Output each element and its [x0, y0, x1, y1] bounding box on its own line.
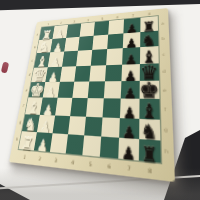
piece-wP: ♟ [50, 57, 61, 67]
piece-wP: ♟ [45, 88, 57, 99]
piece-bP: ♟ [123, 106, 137, 119]
square-f8: ♝ [139, 99, 160, 119]
piece-wP: ♟ [52, 43, 63, 53]
square-e8: ♚ [139, 80, 159, 99]
coordinate-label: h [165, 148, 169, 155]
square-e5 [88, 81, 105, 99]
square-a8: ♜ [140, 16, 158, 32]
coordinate-label: c [31, 58, 34, 62]
coordinate-label: b [34, 45, 37, 49]
piece-wN: ♞ [23, 118, 38, 133]
coordinate-label: e [163, 87, 166, 93]
coordinate-label: c [162, 52, 165, 57]
square-b4 [78, 36, 94, 51]
coordinate-label: 7 [132, 13, 135, 18]
square-d5 [89, 65, 106, 81]
square-a4 [79, 22, 94, 37]
square-g4 [68, 116, 86, 135]
square-d4 [74, 65, 91, 81]
coordinate-label: 4 [71, 158, 75, 165]
photo-scene: 12345678 12345678 abcdefgh abcdefgh ♜♟♟♜… [0, 0, 200, 200]
piece-bR: ♜ [141, 145, 158, 163]
square-a7: ♟ [124, 18, 140, 34]
coordinate-label: g [19, 119, 22, 124]
coordinate-label: d [28, 73, 31, 78]
board-grid: ♜♟♟♜♞♟♟♞♝♟♟♝♛♟♟♛♚♟♟♚♝♟♟♝♞♟♟♞♜♟♟♜ [19, 16, 161, 163]
coordinate-label: 1 [47, 22, 50, 26]
square-h4 [66, 134, 85, 155]
square-h6 [100, 136, 119, 158]
red-object [1, 61, 9, 73]
coordinate-label: f [23, 103, 25, 108]
piece-bP: ♟ [125, 38, 137, 49]
square-g5 [84, 116, 103, 136]
background-floor-top [0, 0, 200, 10]
piece-bP: ♟ [121, 145, 135, 161]
square-e1: ♚ [28, 82, 45, 98]
coordinate-label: h [15, 137, 18, 143]
coordinate-label: 1 [23, 154, 27, 160]
square-b8: ♞ [140, 31, 159, 48]
piece-wP: ♟ [55, 30, 66, 40]
piece-wP: ♟ [48, 72, 60, 83]
coordinate-label: 8 [148, 11, 151, 16]
square-c5 [91, 49, 108, 65]
coordinate-label: 6 [107, 162, 111, 169]
coordinate-label: b [162, 36, 165, 41]
piece-bP: ♟ [123, 87, 136, 99]
coordinate-label: d [163, 69, 166, 75]
coordinate-label: f [164, 106, 166, 112]
square-f4 [70, 98, 88, 116]
square-b6 [107, 34, 123, 50]
piece-bP: ♟ [122, 125, 136, 140]
piece-wP: ♟ [42, 104, 54, 116]
square-e6 [104, 81, 122, 99]
square-c4 [76, 50, 92, 66]
coordinate-label: 3 [54, 157, 58, 164]
coordinate-label: 7 [127, 164, 131, 171]
square-f6 [103, 99, 121, 118]
piece-wP: ♟ [36, 139, 49, 153]
piece-wK: ♚ [28, 83, 45, 99]
square-e4 [72, 81, 89, 98]
square-g6 [101, 117, 120, 138]
square-a5 [94, 21, 110, 36]
coordinate-label: 2 [38, 155, 42, 161]
piece-wP: ♟ [39, 121, 52, 134]
coordinate-label: a [161, 21, 164, 26]
piece-wR: ♜ [20, 136, 34, 151]
piece-bP: ♟ [126, 23, 138, 34]
coordinate-label: 5 [89, 160, 93, 167]
square-d6 [105, 64, 122, 81]
coordinate-label: 5 [101, 16, 104, 20]
piece-wB: ♝ [26, 101, 41, 116]
square-b5 [92, 35, 108, 51]
piece-bK: ♚ [139, 82, 159, 101]
coordinate-label: 4 [87, 18, 90, 22]
coordinate-label: e [25, 87, 28, 92]
coordinate-label: g [164, 126, 167, 133]
square-a6 [108, 19, 124, 34]
piece-bP: ♟ [125, 53, 137, 64]
coordinate-label: a [36, 32, 39, 36]
square-g8: ♞ [139, 118, 161, 140]
chess-board: 12345678 12345678 abcdefgh abcdefgh ♜♟♟♜… [9, 8, 175, 182]
coordinate-label: 8 [148, 166, 152, 174]
coordinate-label: 3 [73, 19, 76, 23]
square-f5 [86, 98, 104, 116]
square-h5 [82, 135, 101, 157]
square-c6 [106, 49, 123, 65]
coordinate-label: 6 [116, 15, 119, 19]
coordinate-label: 2 [60, 20, 63, 24]
piece-bB: ♝ [140, 103, 158, 120]
piece-bP: ♟ [124, 70, 137, 82]
piece-bN: ♞ [141, 123, 158, 141]
